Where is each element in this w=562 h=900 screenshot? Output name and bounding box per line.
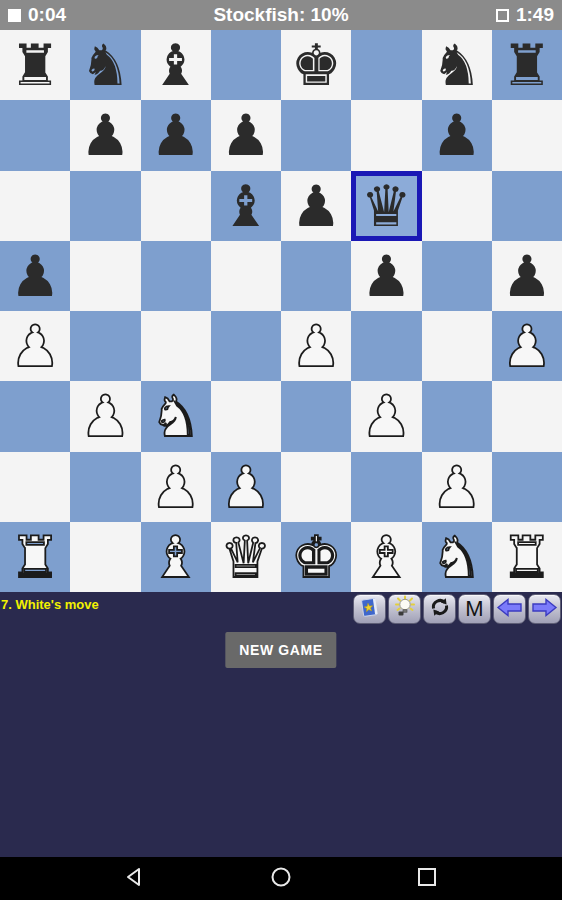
square-b2[interactable]	[70, 452, 140, 522]
white-knight: ♞	[431, 522, 482, 592]
square-a1[interactable]: ♜	[0, 522, 70, 592]
square-g7[interactable]: ♟	[422, 100, 492, 170]
square-c7[interactable]: ♟	[141, 100, 211, 170]
square-g8[interactable]: ♞	[422, 30, 492, 100]
square-g1[interactable]: ♞	[422, 522, 492, 592]
square-f3[interactable]: ♟	[351, 381, 421, 451]
square-a8[interactable]: ♜	[0, 30, 70, 100]
new-game-button[interactable]: NEW GAME	[225, 632, 336, 668]
square-e5[interactable]	[281, 241, 351, 311]
square-g6[interactable]	[422, 171, 492, 241]
square-e2[interactable]	[281, 452, 351, 522]
square-d2[interactable]: ♟	[211, 452, 281, 522]
square-f8[interactable]	[351, 30, 421, 100]
refresh-icon	[428, 595, 452, 623]
hint-button[interactable]	[388, 594, 421, 624]
square-h1[interactable]: ♜	[492, 522, 562, 592]
black-bishop: ♝	[150, 30, 201, 100]
square-e6[interactable]: ♟	[281, 171, 351, 241]
move-status-text: 7. White's move	[0, 592, 99, 612]
white-clock-group: 0:04	[8, 4, 66, 26]
undo-button[interactable]	[493, 594, 526, 624]
square-c8[interactable]: ♝	[141, 30, 211, 100]
square-c1[interactable]: ♝	[141, 522, 211, 592]
square-f7[interactable]	[351, 100, 421, 170]
square-d8[interactable]	[211, 30, 281, 100]
nav-home-button[interactable]	[261, 859, 301, 899]
white-clock: 0:04	[28, 4, 66, 26]
square-g5[interactable]	[422, 241, 492, 311]
square-c6[interactable]	[141, 171, 211, 241]
square-a5[interactable]: ♟	[0, 241, 70, 311]
black-pawn: ♟	[431, 100, 482, 170]
white-king: ♚	[291, 522, 342, 592]
open-book-icon	[358, 595, 382, 623]
white-clock-active-icon	[8, 9, 21, 22]
white-knight: ♞	[150, 381, 201, 451]
square-b4[interactable]	[70, 311, 140, 381]
white-bishop: ♝	[150, 522, 201, 592]
redo-arrow-right-icon	[531, 598, 558, 621]
black-pawn: ♟	[501, 241, 552, 311]
black-clock-inactive-icon	[496, 9, 509, 22]
recents-icon	[416, 866, 438, 892]
square-a2[interactable]	[0, 452, 70, 522]
square-c5[interactable]	[141, 241, 211, 311]
white-rook: ♜	[10, 522, 61, 592]
square-c2[interactable]: ♟	[141, 452, 211, 522]
black-clock-group: 1:49	[496, 4, 554, 26]
white-pawn: ♟	[501, 311, 552, 381]
square-f1[interactable]: ♝	[351, 522, 421, 592]
square-d5[interactable]	[211, 241, 281, 311]
panel-top-row: 7. White's move	[0, 592, 562, 624]
open-book-button[interactable]	[353, 594, 386, 624]
black-pawn: ♟	[10, 241, 61, 311]
hint-lightbulb-icon	[393, 595, 417, 623]
square-b7[interactable]: ♟	[70, 100, 140, 170]
black-rook: ♜	[501, 30, 552, 100]
square-a4[interactable]: ♟	[0, 311, 70, 381]
status-bar: Stockfish: 10% 0:04 1:49	[0, 0, 562, 30]
white-pawn: ♟	[10, 311, 61, 381]
nav-back-button[interactable]	[115, 859, 155, 899]
square-c3[interactable]: ♞	[141, 381, 211, 451]
black-bishop: ♝	[220, 171, 271, 241]
refresh-button[interactable]	[423, 594, 456, 624]
square-f5[interactable]: ♟	[351, 241, 421, 311]
nav-recents-button[interactable]	[407, 859, 447, 899]
square-d6[interactable]: ♝	[211, 171, 281, 241]
redo-button[interactable]	[528, 594, 561, 624]
white-pawn: ♟	[220, 452, 271, 522]
square-f2[interactable]	[351, 452, 421, 522]
black-pawn: ♟	[220, 100, 271, 170]
back-icon	[124, 866, 146, 892]
square-h6[interactable]	[492, 171, 562, 241]
white-pawn: ♟	[150, 452, 201, 522]
square-g4[interactable]	[422, 311, 492, 381]
black-queen: ♛	[361, 171, 412, 241]
square-h3[interactable]	[492, 381, 562, 451]
square-g3[interactable]	[422, 381, 492, 451]
square-e3[interactable]	[281, 381, 351, 451]
square-g2[interactable]: ♟	[422, 452, 492, 522]
white-pawn: ♟	[291, 311, 342, 381]
square-c4[interactable]	[141, 311, 211, 381]
square-b3[interactable]: ♟	[70, 381, 140, 451]
square-h8[interactable]: ♜	[492, 30, 562, 100]
square-h4[interactable]: ♟	[492, 311, 562, 381]
black-pawn: ♟	[291, 171, 342, 241]
chess-app-screen: Stockfish: 10% 0:04 1:49 ♜♞♝♚♞♜♟♟♟♟♝♟♛♟♟…	[0, 0, 562, 900]
black-knight: ♞	[431, 30, 482, 100]
move-list-label: M	[465, 598, 483, 620]
toolbar: M	[353, 592, 562, 624]
black-pawn: ♟	[150, 100, 201, 170]
square-e4[interactable]: ♟	[281, 311, 351, 381]
move-list-button[interactable]: M	[458, 594, 491, 624]
square-d3[interactable]	[211, 381, 281, 451]
square-h2[interactable]	[492, 452, 562, 522]
engine-status: Stockfish: 10%	[0, 4, 562, 26]
black-king: ♚	[291, 30, 342, 100]
white-bishop: ♝	[361, 522, 412, 592]
square-f4[interactable]	[351, 311, 421, 381]
square-e7[interactable]	[281, 100, 351, 170]
square-h7[interactable]	[492, 100, 562, 170]
square-b1[interactable]	[70, 522, 140, 592]
black-pawn: ♟	[361, 241, 412, 311]
square-e1[interactable]: ♚	[281, 522, 351, 592]
black-clock: 1:49	[516, 4, 554, 26]
square-a6[interactable]	[0, 171, 70, 241]
square-a7[interactable]	[0, 100, 70, 170]
undo-arrow-left-icon	[496, 598, 523, 621]
black-rook: ♜	[10, 30, 61, 100]
square-a3[interactable]	[0, 381, 70, 451]
square-b5[interactable]	[70, 241, 140, 311]
white-rook: ♜	[501, 522, 552, 592]
black-knight: ♞	[80, 30, 131, 100]
control-panel: 7. White's move	[0, 592, 562, 857]
white-pawn: ♟	[80, 381, 131, 451]
square-b8[interactable]: ♞	[70, 30, 140, 100]
white-pawn: ♟	[361, 381, 412, 451]
square-f6[interactable]: ♛	[351, 171, 421, 241]
black-pawn: ♟	[80, 100, 131, 170]
white-pawn: ♟	[431, 452, 482, 522]
square-b6[interactable]	[70, 171, 140, 241]
square-h5[interactable]: ♟	[492, 241, 562, 311]
home-icon	[270, 866, 292, 892]
square-e8[interactable]: ♚	[281, 30, 351, 100]
square-d1[interactable]: ♛	[211, 522, 281, 592]
square-d4[interactable]	[211, 311, 281, 381]
chess-board[interactable]: ♜♞♝♚♞♜♟♟♟♟♝♟♛♟♟♟♟♟♟♟♞♟♟♟♟♜♝♛♚♝♞♜	[0, 30, 562, 592]
white-queen: ♛	[220, 522, 271, 592]
square-d7[interactable]: ♟	[211, 100, 281, 170]
android-nav-bar	[0, 857, 562, 900]
